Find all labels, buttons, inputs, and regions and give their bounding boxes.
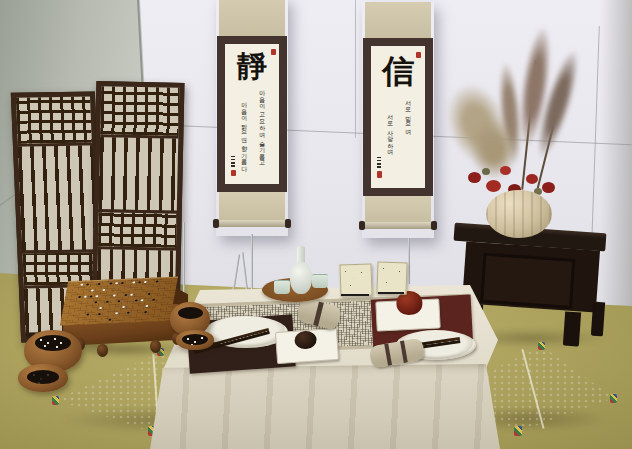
decorative-plaque <box>339 263 372 296</box>
scroll-paper: 信 서로 믿으며 서로 사랑하며 <box>371 46 425 188</box>
roller-knob <box>285 219 291 228</box>
napkin-tie <box>384 343 392 365</box>
porcelain-bottle <box>290 262 312 294</box>
go-board-top: ●●●●●●●●●●●●●●●●●●●●●●●●●●●●●●●●●●● <box>60 276 178 325</box>
scroll-roller <box>362 222 434 229</box>
celadon-cup <box>312 274 328 288</box>
cushion-tassel <box>52 396 59 405</box>
hangul-column: 서로 믿으며 <box>405 96 411 156</box>
black-stone: ● <box>96 281 103 286</box>
white-stone: ● <box>89 287 96 292</box>
white-stone: ● <box>139 297 146 302</box>
white-stones-in-bowl <box>35 335 71 351</box>
white-stone: ● <box>113 280 120 285</box>
black-stone: ● <box>84 281 91 286</box>
screen-slat-section <box>99 137 179 214</box>
hanging-scroll-right: 信 서로 믿으며 서로 사랑하며 <box>362 2 434 238</box>
cushion-tassel <box>538 342 545 350</box>
celadon-cup <box>274 280 290 294</box>
square-dish-right <box>375 298 440 331</box>
dark-tea-bowl <box>294 330 317 349</box>
hangul-column: 서로 사랑하며 <box>387 110 393 180</box>
white-stone: ● <box>97 305 104 310</box>
chest-leg <box>563 311 581 346</box>
screen-grid-section <box>16 97 92 147</box>
white-stone: ● <box>142 279 149 284</box>
black-stone: ● <box>107 316 114 321</box>
black-stone: ● <box>85 311 92 316</box>
tablecloth-drape <box>148 364 508 449</box>
bowl-lid-white-stones <box>176 330 214 350</box>
stand-pole <box>408 238 410 284</box>
spoon <box>418 337 460 346</box>
scroll-roller <box>216 220 288 227</box>
white-stone: ● <box>128 291 135 296</box>
black-stone: ● <box>125 309 132 314</box>
hanging-scroll-left: 靜 마음이 고요하며 슬기롭고 마음이 맑으면 향기롭다 <box>216 0 288 236</box>
chest-leg <box>591 302 605 337</box>
red-flower <box>486 180 501 192</box>
black-stone: ● <box>146 291 153 296</box>
roller-knob <box>213 219 219 228</box>
seal-stamp <box>271 49 276 55</box>
room-scene: 靜 마음이 고요하며 슬기롭고 마음이 맑으면 향기롭다 信 서로 믿으며 서로… <box>0 0 632 449</box>
bowl-lid-black-stones <box>18 364 68 392</box>
black-stone: ● <box>142 309 149 314</box>
white-stone: ● <box>94 293 101 298</box>
hangul-column: 마음이 고요하며 슬기롭고 <box>259 86 265 180</box>
decorative-plaque <box>376 261 407 294</box>
seal-stamp <box>377 171 382 178</box>
signature-mark <box>231 156 235 167</box>
black-stone: ● <box>96 311 103 316</box>
roller-knob <box>431 221 437 230</box>
white-stone: ● <box>111 292 118 297</box>
go-board-grid: ●●●●●●●●●●●●●●●●●●●●●●●●●●●●●●●●●●● <box>60 276 178 325</box>
screen-grid-section <box>100 86 179 139</box>
red-flower <box>542 182 555 193</box>
screen-slat-section <box>18 145 96 253</box>
scroll-top-mount <box>219 0 285 36</box>
black-stone: ● <box>116 298 123 303</box>
white-stone: ● <box>113 310 120 315</box>
white-stone: ● <box>82 293 89 298</box>
red-flower <box>526 174 538 184</box>
white-stone: ● <box>101 287 108 292</box>
square-dish-left <box>275 328 339 364</box>
seal-stamp <box>416 52 421 58</box>
screen-grid-section <box>98 212 177 251</box>
seal-stamp <box>231 170 236 176</box>
scroll-bottom-mount <box>219 192 285 220</box>
bowl-opening <box>178 307 203 319</box>
pumpkin-pot <box>486 190 552 238</box>
wall-vertical-seam <box>355 0 356 138</box>
scroll-bottom-mount <box>365 196 431 222</box>
red-flower <box>468 172 481 183</box>
cushion-tassel <box>610 394 617 403</box>
black-stones-on-lid <box>27 370 59 384</box>
cushion-tassel <box>514 426 522 436</box>
black-stone: ● <box>93 299 100 304</box>
board-leg <box>97 344 108 357</box>
white-stones-on-lid <box>182 334 208 345</box>
board-leg <box>150 340 161 353</box>
signature-mark <box>377 157 381 168</box>
black-stone: ● <box>150 296 157 301</box>
scroll-paper: 靜 마음이 고요하며 슬기롭고 마음이 맑으면 향기롭다 <box>225 44 279 184</box>
plaque-easel <box>378 292 404 294</box>
napkin-tie <box>313 302 324 326</box>
green-sprig <box>482 168 490 175</box>
black-stone: ● <box>154 278 161 283</box>
white-stone: ● <box>79 281 86 286</box>
hangul-column: 마음이 맑으면 향기롭다 <box>241 98 247 182</box>
roller-knob <box>359 221 365 230</box>
pot-ridges <box>486 190 552 238</box>
white-stone: ● <box>120 304 127 309</box>
scroll-top-mount <box>365 2 431 38</box>
white-stone: ● <box>144 303 151 308</box>
napkin-tie <box>400 341 408 363</box>
white-stone: ● <box>131 279 138 284</box>
plaque-easel <box>341 294 369 296</box>
black-stone: ● <box>119 280 126 285</box>
black-stone: ● <box>104 298 111 303</box>
red-flower <box>500 166 511 175</box>
